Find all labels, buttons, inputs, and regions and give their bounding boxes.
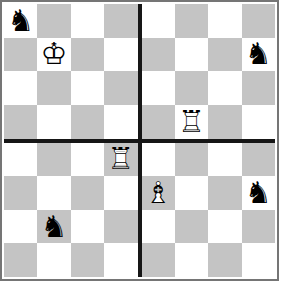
square-g3[interactable] [208,176,241,210]
square-g6[interactable] [208,71,241,105]
square-h6[interactable] [242,71,275,105]
square-c6[interactable] [71,71,104,105]
square-c2[interactable] [71,210,104,244]
square-g4[interactable] [208,143,241,177]
square-f8[interactable] [175,4,208,38]
chess-app: ♞♚♔ ♞♜♖ ♜♖♞ ♝♗♞ [0,0,281,285]
square-d3[interactable] [104,176,137,210]
square-d7[interactable] [104,38,137,72]
square-g7[interactable] [208,38,241,72]
square-h2[interactable] [242,210,275,244]
square-a5[interactable] [4,105,37,139]
piece-white-rook: ♜♖ [178,107,205,137]
square-d6[interactable] [104,71,137,105]
square-e1[interactable] [142,243,175,277]
square-e3[interactable]: ♝♗ [142,176,175,210]
square-c5[interactable] [71,105,104,139]
piece-black-knight: ♞ [41,212,68,242]
square-a8[interactable]: ♞ [4,4,37,38]
piece-white-bishop: ♝♗ [145,178,172,208]
board-quadrant-sw: ♜♖♞ [4,143,138,278]
square-d2[interactable] [104,210,137,244]
square-b2[interactable]: ♞ [37,210,70,244]
square-e6[interactable] [142,71,175,105]
square-d1[interactable] [104,243,137,277]
square-e4[interactable] [142,143,175,177]
square-h4[interactable] [242,143,275,177]
square-h7[interactable]: ♞ [242,38,275,72]
square-c4[interactable] [71,143,104,177]
square-b3[interactable] [37,176,70,210]
square-b8[interactable] [37,4,70,38]
square-f1[interactable] [175,243,208,277]
white-rook-icon: ♖ [178,105,205,139]
square-e2[interactable] [142,210,175,244]
square-b6[interactable] [37,71,70,105]
square-b1[interactable] [37,243,70,277]
square-g1[interactable] [208,243,241,277]
square-a6[interactable] [4,71,37,105]
piece-white-king: ♚♔ [41,39,68,69]
white-bishop-icon: ♗ [145,176,172,210]
square-e8[interactable] [142,4,175,38]
board-quadrant-se: ♝♗♞ [142,143,276,278]
square-g8[interactable] [208,4,241,38]
black-knight-icon: ♞ [245,38,272,72]
chess-board: ♞♚♔ ♞♜♖ ♜♖♞ ♝♗♞ [4,4,275,277]
square-f3[interactable] [175,176,208,210]
square-d8[interactable] [104,4,137,38]
square-h3[interactable]: ♞ [242,176,275,210]
square-f2[interactable] [175,210,208,244]
square-f5[interactable]: ♜♖ [175,105,208,139]
piece-white-rook: ♜♖ [107,144,134,174]
piece-black-knight: ♞ [7,6,34,36]
square-b7[interactable]: ♚♔ [37,38,70,72]
black-knight-icon: ♞ [245,176,272,210]
square-d4[interactable]: ♜♖ [104,143,137,177]
black-knight-icon: ♞ [41,210,68,244]
black-knight-icon: ♞ [7,4,34,38]
square-a2[interactable] [4,210,37,244]
board-quadrant-nw: ♞♚♔ [4,4,138,139]
square-g5[interactable] [208,105,241,139]
piece-black-knight: ♞ [245,178,272,208]
square-d5[interactable] [104,105,137,139]
square-a7[interactable] [4,38,37,72]
square-b5[interactable] [37,105,70,139]
board-quadrant-ne: ♞♜♖ [142,4,276,139]
square-f7[interactable] [175,38,208,72]
white-king-icon: ♔ [41,38,68,72]
square-h1[interactable] [242,243,275,277]
square-c3[interactable] [71,176,104,210]
square-a3[interactable] [4,176,37,210]
square-g2[interactable] [208,210,241,244]
piece-black-knight: ♞ [245,39,272,69]
square-e5[interactable] [142,105,175,139]
white-rook-icon: ♖ [107,143,134,177]
square-e7[interactable] [142,38,175,72]
square-a1[interactable] [4,243,37,277]
square-c1[interactable] [71,243,104,277]
square-f6[interactable] [175,71,208,105]
square-c7[interactable] [71,38,104,72]
square-h8[interactable] [242,4,275,38]
square-a4[interactable] [4,143,37,177]
square-h5[interactable] [242,105,275,139]
square-b4[interactable] [37,143,70,177]
square-c8[interactable] [71,4,104,38]
square-f4[interactable] [175,143,208,177]
chess-board-frame: ♞♚♔ ♞♜♖ ♜♖♞ ♝♗♞ [0,0,279,281]
